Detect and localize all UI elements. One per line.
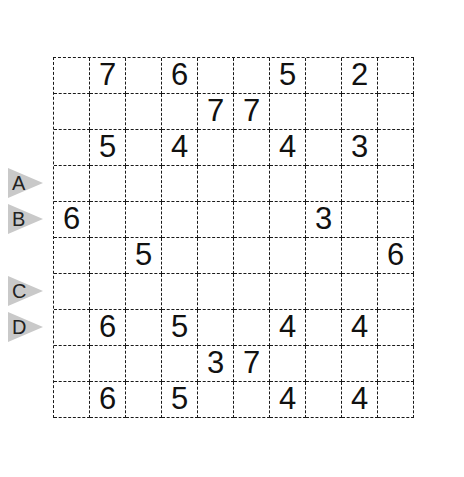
cell-r9c7[interactable]	[270, 346, 306, 382]
cell-r3c2[interactable]: 5	[90, 130, 126, 166]
clue-number: 5	[99, 131, 116, 162]
cell-r2c9[interactable]	[342, 94, 378, 130]
puzzle-canvas: ABCD 765277544363566544376544	[0, 0, 464, 477]
cell-r3c1[interactable]	[54, 130, 90, 166]
cell-r5c8[interactable]: 3	[306, 202, 342, 238]
cell-r1c5[interactable]	[198, 58, 234, 94]
cell-r7c7[interactable]	[270, 274, 306, 310]
row-marker-A: A	[8, 168, 43, 198]
cell-r3c4[interactable]: 4	[162, 130, 198, 166]
cell-r3c8[interactable]	[306, 130, 342, 166]
cell-r5c9[interactable]	[342, 202, 378, 238]
cell-r1c10[interactable]	[378, 58, 414, 94]
clue-number: 6	[171, 59, 188, 90]
cell-r7c8[interactable]	[306, 274, 342, 310]
cell-r7c9[interactable]	[342, 274, 378, 310]
cell-r1c8[interactable]	[306, 58, 342, 94]
cell-r9c9[interactable]	[342, 346, 378, 382]
clue-number: 7	[243, 347, 260, 378]
cell-r10c6[interactable]	[234, 382, 270, 418]
cell-r10c5[interactable]	[198, 382, 234, 418]
cell-r10c7[interactable]: 4	[270, 382, 306, 418]
cell-r7c2[interactable]	[90, 274, 126, 310]
cell-r2c10[interactable]	[378, 94, 414, 130]
cell-r1c6[interactable]	[234, 58, 270, 94]
clue-number: 2	[351, 59, 368, 90]
cell-r8c10[interactable]	[378, 310, 414, 346]
cell-r10c1[interactable]	[54, 382, 90, 418]
cell-r8c3[interactable]	[126, 310, 162, 346]
cell-r1c3[interactable]	[126, 58, 162, 94]
cell-r10c4[interactable]: 5	[162, 382, 198, 418]
cell-r10c10[interactable]	[378, 382, 414, 418]
cell-r10c3[interactable]	[126, 382, 162, 418]
cell-r1c1[interactable]	[54, 58, 90, 94]
cell-r4c8[interactable]	[306, 166, 342, 202]
cell-r6c3[interactable]: 5	[126, 238, 162, 274]
cell-r1c4[interactable]: 6	[162, 58, 198, 94]
cell-r1c2[interactable]: 7	[90, 58, 126, 94]
clue-number: 3	[351, 131, 368, 162]
cell-r6c6[interactable]	[234, 238, 270, 274]
cell-r7c1[interactable]	[54, 274, 90, 310]
cell-r10c8[interactable]	[306, 382, 342, 418]
cell-r4c6[interactable]	[234, 166, 270, 202]
clue-number: 7	[99, 59, 116, 90]
cell-r9c5[interactable]: 3	[198, 346, 234, 382]
cell-r7c6[interactable]	[234, 274, 270, 310]
clue-number: 6	[387, 239, 404, 270]
clue-number: 3	[315, 203, 332, 234]
cell-r9c4[interactable]	[162, 346, 198, 382]
clue-number: 4	[279, 383, 296, 414]
cell-r2c7[interactable]	[270, 94, 306, 130]
cell-r7c4[interactable]	[162, 274, 198, 310]
cell-r6c7[interactable]	[270, 238, 306, 274]
cell-r8c8[interactable]	[306, 310, 342, 346]
cell-r7c3[interactable]	[126, 274, 162, 310]
cell-r7c5[interactable]	[198, 274, 234, 310]
row-marker-C: C	[8, 276, 43, 306]
cell-r8c9[interactable]: 4	[342, 310, 378, 346]
cell-r9c8[interactable]	[306, 346, 342, 382]
cell-r5c7[interactable]	[270, 202, 306, 238]
clue-number: 7	[207, 95, 224, 126]
cell-r6c9[interactable]	[342, 238, 378, 274]
cell-r5c3[interactable]	[126, 202, 162, 238]
cell-r4c4[interactable]	[162, 166, 198, 202]
cell-r5c1[interactable]: 6	[54, 202, 90, 238]
clue-number: 4	[351, 311, 368, 342]
cell-r4c5[interactable]	[198, 166, 234, 202]
cell-r6c1[interactable]	[54, 238, 90, 274]
clue-number: 4	[279, 131, 296, 162]
cell-r2c8[interactable]	[306, 94, 342, 130]
cell-r9c10[interactable]	[378, 346, 414, 382]
row-marker-label: B	[12, 204, 25, 234]
cell-r6c8[interactable]	[306, 238, 342, 274]
cell-r5c2[interactable]	[90, 202, 126, 238]
cell-r6c4[interactable]	[162, 238, 198, 274]
cell-r4c2[interactable]	[90, 166, 126, 202]
cell-r5c4[interactable]	[162, 202, 198, 238]
row-marker-label: A	[12, 168, 25, 198]
row-marker-label: C	[12, 276, 26, 306]
cell-r9c6[interactable]: 7	[234, 346, 270, 382]
clue-number: 5	[279, 59, 296, 90]
clue-number: 5	[171, 311, 188, 342]
clue-number: 3	[207, 347, 224, 378]
cell-r8c1[interactable]	[54, 310, 90, 346]
cell-r4c3[interactable]	[126, 166, 162, 202]
cell-r3c6[interactable]	[234, 130, 270, 166]
cell-r7c10[interactable]	[378, 274, 414, 310]
cell-r3c10[interactable]	[378, 130, 414, 166]
cell-r2c6[interactable]: 7	[234, 94, 270, 130]
cell-r8c2[interactable]: 6	[90, 310, 126, 346]
row-marker-D: D	[8, 312, 43, 342]
row-marker-B: B	[8, 204, 43, 234]
row-marker-label: D	[12, 312, 26, 342]
clue-number: 4	[279, 311, 296, 342]
cell-r8c5[interactable]	[198, 310, 234, 346]
cell-r2c5[interactable]: 7	[198, 94, 234, 130]
cell-r8c7[interactable]: 4	[270, 310, 306, 346]
clue-number: 5	[135, 239, 152, 270]
cell-r4c9[interactable]	[342, 166, 378, 202]
cell-r6c5[interactable]	[198, 238, 234, 274]
clue-number: 6	[99, 311, 116, 342]
cell-r3c9[interactable]: 3	[342, 130, 378, 166]
cell-r6c10[interactable]: 6	[378, 238, 414, 274]
minesweeper-grid: 765277544363566544376544	[53, 57, 414, 418]
cell-r10c2[interactable]: 6	[90, 382, 126, 418]
cell-r9c3[interactable]	[126, 346, 162, 382]
cell-r6c2[interactable]	[90, 238, 126, 274]
cell-r2c2[interactable]	[90, 94, 126, 130]
cell-r5c6[interactable]	[234, 202, 270, 238]
cell-r5c5[interactable]	[198, 202, 234, 238]
cell-r10c9[interactable]: 4	[342, 382, 378, 418]
cell-r4c10[interactable]	[378, 166, 414, 202]
cell-r9c2[interactable]	[90, 346, 126, 382]
cell-r8c4[interactable]: 5	[162, 310, 198, 346]
cell-r3c3[interactable]	[126, 130, 162, 166]
cell-r8c6[interactable]	[234, 310, 270, 346]
cell-r9c1[interactable]	[54, 346, 90, 382]
cell-r5c10[interactable]	[378, 202, 414, 238]
clue-number: 6	[99, 383, 116, 414]
cell-r2c4[interactable]	[162, 94, 198, 130]
cell-r3c7[interactable]: 4	[270, 130, 306, 166]
clue-number: 4	[351, 383, 368, 414]
cell-r2c1[interactable]	[54, 94, 90, 130]
cell-r4c7[interactable]	[270, 166, 306, 202]
cell-r2c3[interactable]	[126, 94, 162, 130]
clue-number: 7	[243, 95, 260, 126]
clue-number: 4	[171, 131, 188, 162]
cell-r1c7[interactable]: 5	[270, 58, 306, 94]
cell-r1c9[interactable]: 2	[342, 58, 378, 94]
clue-number: 6	[63, 203, 80, 234]
cell-r3c5[interactable]	[198, 130, 234, 166]
clue-number: 5	[171, 383, 188, 414]
cell-r4c1[interactable]	[54, 166, 90, 202]
